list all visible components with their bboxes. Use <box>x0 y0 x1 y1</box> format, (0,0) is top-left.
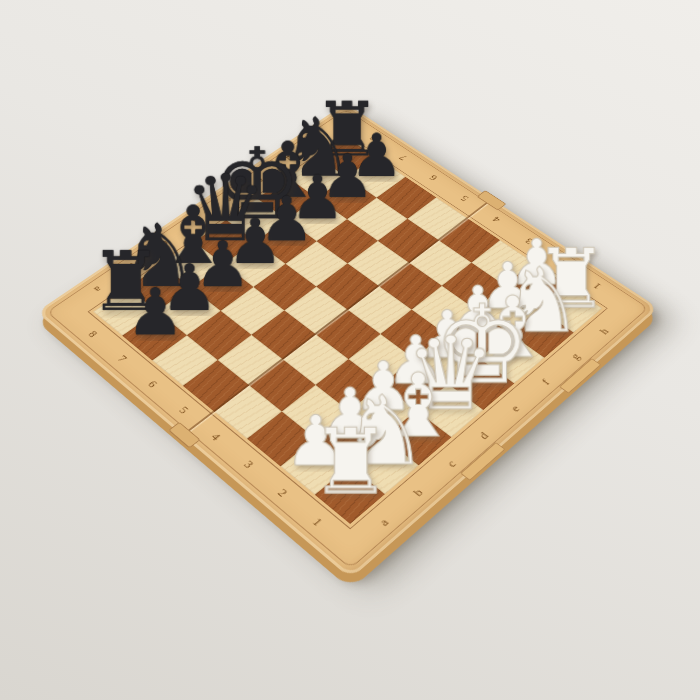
chess-board: abcdefgh abcdefgh 87654321 87654321 ♜♞♝♛… <box>37 103 659 579</box>
photo-background: abcdefgh abcdefgh 87654321 87654321 ♜♞♝♛… <box>0 0 700 700</box>
black-pawn-glyph: ♟ <box>84 280 226 345</box>
white-rook-glyph: ♜ <box>273 417 427 507</box>
camera-scene: abcdefgh abcdefgh 87654321 87654321 ♜♞♝♛… <box>0 0 700 700</box>
pieces-layer: ♜♞♝♛♚♝♞♜♟♟♟♟♟♟♟♟♟♟♟♟♟♟♟♟♜♞♝♛♚♝♞♜ <box>37 103 659 579</box>
